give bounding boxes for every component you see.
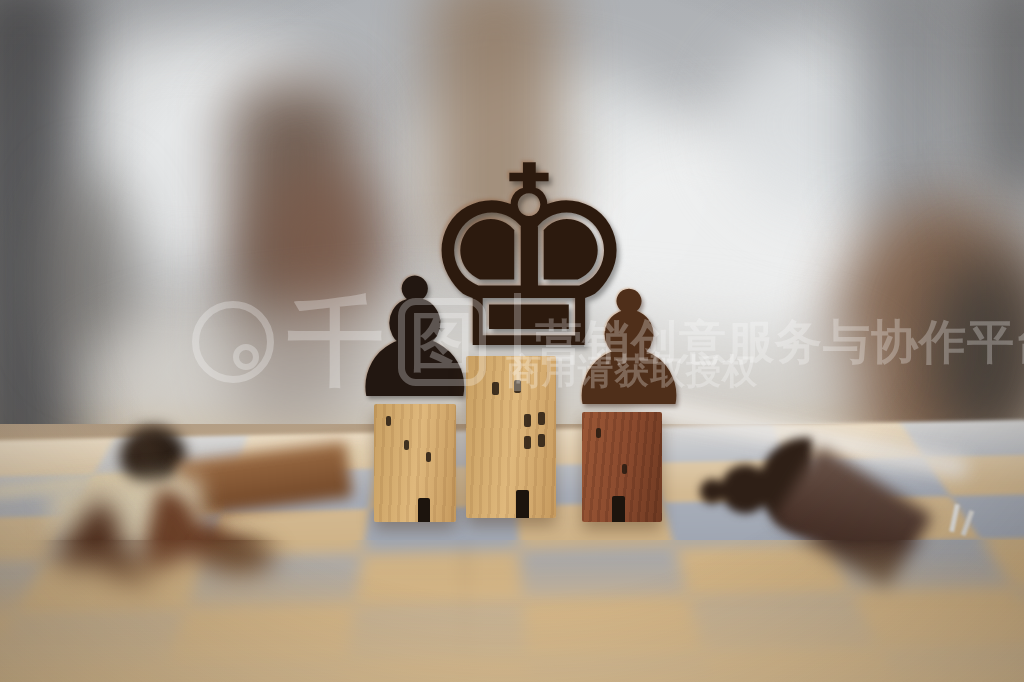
brand-character: 千	[288, 294, 384, 390]
photo-stage: ♟ ♚ ♟ ♟ ♟ ♟ 千 图 营销创意服务与协作平台 商用请获取授权	[0, 0, 1024, 682]
brand-boxed-character: 图	[398, 298, 486, 386]
watermark-license-note: 商用请获取授权	[506, 348, 758, 395]
at-logo-inner-ring-icon	[233, 344, 259, 370]
at-logo-icon	[192, 301, 274, 383]
